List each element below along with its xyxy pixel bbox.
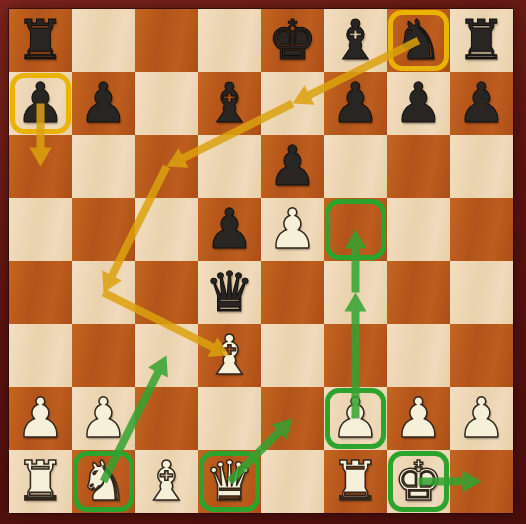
square-f7[interactable]: ♟ — [324, 72, 387, 135]
square-g6[interactable] — [387, 135, 450, 198]
square-f5[interactable] — [324, 198, 387, 261]
square-b6[interactable] — [72, 135, 135, 198]
square-a1[interactable]: ♜ — [9, 450, 72, 513]
square-e5[interactable]: ♟ — [261, 198, 324, 261]
square-b1[interactable]: ♞ — [72, 450, 135, 513]
square-b4[interactable] — [72, 261, 135, 324]
white-pawn-e5[interactable]: ♟ — [261, 198, 324, 261]
black-queen-d4[interactable]: ♛ — [198, 261, 261, 324]
white-king-g1[interactable]: ♚ — [387, 450, 450, 513]
white-rook-a1[interactable]: ♜ — [9, 450, 72, 513]
square-g7[interactable]: ♟ — [387, 72, 450, 135]
square-a4[interactable] — [9, 261, 72, 324]
square-c4[interactable] — [135, 261, 198, 324]
square-d5[interactable]: ♟ — [198, 198, 261, 261]
white-bishop-d3[interactable]: ♝ — [198, 324, 261, 387]
square-h1[interactable] — [450, 450, 513, 513]
square-d3[interactable]: ♝ — [198, 324, 261, 387]
square-b5[interactable] — [72, 198, 135, 261]
square-b3[interactable] — [72, 324, 135, 387]
white-pawn-g2[interactable]: ♟ — [387, 387, 450, 450]
square-f4[interactable] — [324, 261, 387, 324]
square-a7[interactable]: ♟ — [9, 72, 72, 135]
square-e4[interactable] — [261, 261, 324, 324]
square-c5[interactable] — [135, 198, 198, 261]
black-rook-h8[interactable]: ♜ — [450, 9, 513, 72]
square-d1[interactable]: ♛ — [198, 450, 261, 513]
square-c8[interactable] — [135, 9, 198, 72]
square-e1[interactable] — [261, 450, 324, 513]
black-bishop-d7[interactable]: ♝ — [198, 72, 261, 135]
black-pawn-g7[interactable]: ♟ — [387, 72, 450, 135]
square-c3[interactable] — [135, 324, 198, 387]
square-d8[interactable] — [198, 9, 261, 72]
black-pawn-a7[interactable]: ♟ — [9, 72, 72, 135]
square-e6[interactable]: ♟ — [261, 135, 324, 198]
black-king-e8[interactable]: ♚ — [261, 9, 324, 72]
white-pawn-f2[interactable]: ♟ — [324, 387, 387, 450]
square-d2[interactable] — [198, 387, 261, 450]
square-f6[interactable] — [324, 135, 387, 198]
square-b2[interactable]: ♟ — [72, 387, 135, 450]
square-d7[interactable]: ♝ — [198, 72, 261, 135]
square-a5[interactable] — [9, 198, 72, 261]
square-g3[interactable] — [387, 324, 450, 387]
square-h6[interactable] — [450, 135, 513, 198]
square-f2[interactable]: ♟ — [324, 387, 387, 450]
square-h8[interactable]: ♜ — [450, 9, 513, 72]
square-g5[interactable] — [387, 198, 450, 261]
white-rook-f1[interactable]: ♜ — [324, 450, 387, 513]
black-knight-g8[interactable]: ♞ — [387, 9, 450, 72]
square-b7[interactable]: ♟ — [72, 72, 135, 135]
square-a3[interactable] — [9, 324, 72, 387]
square-d4[interactable]: ♛ — [198, 261, 261, 324]
square-c2[interactable] — [135, 387, 198, 450]
square-f3[interactable] — [324, 324, 387, 387]
square-c7[interactable] — [135, 72, 198, 135]
square-e7[interactable] — [261, 72, 324, 135]
square-h7[interactable]: ♟ — [450, 72, 513, 135]
square-g1[interactable]: ♚ — [387, 450, 450, 513]
square-c6[interactable] — [135, 135, 198, 198]
square-e3[interactable] — [261, 324, 324, 387]
square-g8[interactable]: ♞ — [387, 9, 450, 72]
square-f1[interactable]: ♜ — [324, 450, 387, 513]
square-h5[interactable] — [450, 198, 513, 261]
white-bishop-c1[interactable]: ♝ — [135, 450, 198, 513]
square-a2[interactable]: ♟ — [9, 387, 72, 450]
black-pawn-e6[interactable]: ♟ — [261, 135, 324, 198]
white-knight-b1[interactable]: ♞ — [72, 450, 135, 513]
square-h3[interactable] — [450, 324, 513, 387]
chess-board: ♜♚♝♞♜♟♟♝♟♟♟♟♟♟♛♝♟♟♟♟♟♜♞♝♛♜♚ — [9, 9, 513, 513]
square-h2[interactable]: ♟ — [450, 387, 513, 450]
square-b8[interactable] — [72, 9, 135, 72]
square-g4[interactable] — [387, 261, 450, 324]
black-pawn-d5[interactable]: ♟ — [198, 198, 261, 261]
black-pawn-b7[interactable]: ♟ — [72, 72, 135, 135]
square-f8[interactable]: ♝ — [324, 9, 387, 72]
white-pawn-b2[interactable]: ♟ — [72, 387, 135, 450]
square-g2[interactable]: ♟ — [387, 387, 450, 450]
black-bishop-f8[interactable]: ♝ — [324, 9, 387, 72]
square-a6[interactable] — [9, 135, 72, 198]
square-c1[interactable]: ♝ — [135, 450, 198, 513]
square-h4[interactable] — [450, 261, 513, 324]
black-rook-a8[interactable]: ♜ — [9, 9, 72, 72]
square-e2[interactable] — [261, 387, 324, 450]
black-pawn-h7[interactable]: ♟ — [450, 72, 513, 135]
highlight-green-f5 — [325, 199, 386, 260]
square-e8[interactable]: ♚ — [261, 9, 324, 72]
white-queen-d1[interactable]: ♛ — [198, 450, 261, 513]
square-d6[interactable] — [198, 135, 261, 198]
white-pawn-a2[interactable]: ♟ — [9, 387, 72, 450]
black-pawn-f7[interactable]: ♟ — [324, 72, 387, 135]
square-a8[interactable]: ♜ — [9, 9, 72, 72]
white-pawn-h2[interactable]: ♟ — [450, 387, 513, 450]
